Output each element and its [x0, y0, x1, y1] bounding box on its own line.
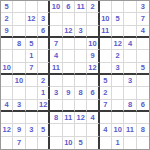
cell-r9c7[interactable]: 4 — [87, 112, 99, 124]
cell-r10c7[interactable] — [87, 124, 99, 136]
cell-r6c7[interactable] — [87, 75, 99, 87]
cell-r4c6[interactable] — [75, 50, 87, 62]
cell-r1c4[interactable] — [50, 13, 62, 25]
cell-r4c2[interactable]: 1 — [26, 50, 38, 62]
cell-r7c7[interactable]: 6 — [87, 87, 99, 99]
cell-r3c1[interactable]: 8 — [13, 38, 25, 50]
cell-r7c8[interactable]: 2 — [100, 87, 112, 99]
cell-r7c2[interactable] — [26, 87, 38, 99]
cell-r4c0[interactable] — [1, 50, 13, 62]
cell-r8c1[interactable]: 3 — [13, 100, 25, 112]
cell-r11c1[interactable]: 7 — [13, 137, 25, 149]
cell-r5c8[interactable] — [100, 63, 112, 75]
cell-r10c1[interactable]: 9 — [13, 124, 25, 136]
cell-r8c2[interactable] — [26, 100, 38, 112]
cell-r0c10[interactable] — [124, 1, 136, 13]
sudoku-app: 5106112321231057961231148571012414921071… — [0, 0, 150, 150]
cell-r11c7[interactable] — [87, 137, 99, 149]
cell-r11c5[interactable]: 10 — [63, 137, 75, 149]
cell-r1c3[interactable]: 3 — [38, 13, 50, 25]
cell-r8c9[interactable] — [112, 100, 124, 112]
cell-r1c2[interactable]: 12 — [26, 13, 38, 25]
cell-r1c1[interactable] — [13, 13, 25, 25]
cell-r3c6[interactable] — [75, 38, 87, 50]
cell-r4c9[interactable]: 2 — [112, 50, 124, 62]
cell-r0c11[interactable]: 3 — [137, 1, 149, 13]
cell-r11c0[interactable] — [1, 137, 13, 149]
cell-r0c1[interactable] — [13, 1, 25, 13]
cell-r10c11[interactable]: 8 — [137, 124, 149, 136]
cell-r0c5[interactable]: 6 — [63, 1, 75, 13]
cell-r7c10[interactable] — [124, 87, 136, 99]
cell-r5c0[interactable]: 10 — [1, 63, 13, 75]
cell-r7c11[interactable] — [137, 87, 149, 99]
cell-r5c3[interactable] — [38, 63, 50, 75]
cell-r0c3[interactable] — [38, 1, 50, 13]
cell-r10c4[interactable] — [50, 124, 62, 136]
cell-r10c0[interactable]: 12 — [1, 124, 13, 136]
cell-r5c5[interactable] — [63, 63, 75, 75]
cell-r9c0[interactable] — [1, 112, 13, 124]
cell-r1c8[interactable]: 10 — [100, 13, 112, 25]
cell-r5c6[interactable] — [75, 63, 87, 75]
cell-r3c3[interactable] — [38, 38, 50, 50]
cell-r9c8[interactable] — [100, 112, 112, 124]
cell-r1c9[interactable]: 5 — [112, 13, 124, 25]
cell-r8c0[interactable]: 4 — [1, 100, 13, 112]
cell-r11c10[interactable] — [124, 137, 136, 149]
cell-r9c9[interactable] — [112, 112, 124, 124]
cell-r10c8[interactable]: 4 — [100, 124, 112, 136]
cell-r5c7[interactable]: 12 — [87, 63, 99, 75]
cell-r5c1[interactable] — [13, 63, 25, 75]
cell-r5c2[interactable]: 7 — [26, 63, 38, 75]
cell-r8c7[interactable] — [87, 100, 99, 112]
cell-r0c9[interactable] — [112, 1, 124, 13]
sudoku-board: 5106112321231057961231148571012414921071… — [0, 0, 150, 150]
cell-r11c3[interactable] — [38, 137, 50, 149]
cell-r10c2[interactable]: 3 — [26, 124, 38, 136]
cell-r3c4[interactable]: 7 — [50, 38, 62, 50]
cell-r2c2[interactable] — [26, 26, 38, 38]
cell-r3c5[interactable] — [63, 38, 75, 50]
cell-r3c7[interactable]: 10 — [87, 38, 99, 50]
cell-r1c6[interactable] — [75, 13, 87, 25]
cell-r7c6[interactable]: 8 — [75, 87, 87, 99]
cell-r7c9[interactable] — [112, 87, 124, 99]
cell-r10c5[interactable] — [63, 124, 75, 136]
cell-r6c2[interactable] — [26, 75, 38, 87]
cell-r9c10[interactable] — [124, 112, 136, 124]
cell-r0c8[interactable] — [100, 1, 112, 13]
cell-r11c9[interactable]: 1 — [112, 137, 124, 149]
cell-r6c5[interactable] — [63, 75, 75, 87]
cell-r8c5[interactable] — [63, 100, 75, 112]
cell-r9c4[interactable]: 8 — [50, 112, 62, 124]
cell-r3c11[interactable] — [137, 38, 149, 50]
cell-r7c5[interactable]: 9 — [63, 87, 75, 99]
cell-r6c6[interactable] — [75, 75, 87, 87]
cell-r10c9[interactable]: 10 — [112, 124, 124, 136]
cell-r3c0[interactable] — [1, 38, 13, 50]
cell-r1c7[interactable] — [87, 13, 99, 25]
cell-r9c5[interactable]: 11 — [63, 112, 75, 124]
cell-r0c0[interactable]: 5 — [1, 1, 13, 13]
cell-r5c10[interactable] — [124, 63, 136, 75]
cell-r9c6[interactable]: 12 — [75, 112, 87, 124]
cell-r2c1[interactable] — [13, 26, 25, 38]
cell-r8c8[interactable]: 7 — [100, 100, 112, 112]
cell-r7c1[interactable] — [13, 87, 25, 99]
cell-r2c0[interactable]: 9 — [1, 26, 13, 38]
cell-r6c10[interactable]: 3 — [124, 75, 136, 87]
cell-r8c4[interactable] — [50, 100, 62, 112]
cell-r9c3[interactable] — [38, 112, 50, 124]
cell-r9c2[interactable] — [26, 112, 38, 124]
cell-r10c3[interactable]: 5 — [38, 124, 50, 136]
cell-r11c6[interactable]: 5 — [75, 137, 87, 149]
cell-r0c7[interactable]: 2 — [87, 1, 99, 13]
cell-r3c8[interactable] — [100, 38, 112, 50]
cell-r2c8[interactable]: 11 — [100, 26, 112, 38]
cell-r4c1[interactable] — [13, 50, 25, 62]
cell-r6c1[interactable]: 10 — [13, 75, 25, 87]
cell-r8c11[interactable]: 6 — [137, 100, 149, 112]
cell-r7c4[interactable]: 3 — [50, 87, 62, 99]
cell-r10c6[interactable] — [75, 124, 87, 136]
cell-r6c8[interactable]: 5 — [100, 75, 112, 87]
cell-r0c4[interactable]: 10 — [50, 1, 62, 13]
cell-r4c7[interactable]: 9 — [87, 50, 99, 62]
cell-r5c9[interactable]: 3 — [112, 63, 124, 75]
cell-r5c4[interactable]: 11 — [50, 63, 62, 75]
cell-r2c10[interactable] — [124, 26, 136, 38]
cell-r1c5[interactable] — [63, 13, 75, 25]
cell-r2c11[interactable]: 4 — [137, 26, 149, 38]
cell-r0c6[interactable]: 11 — [75, 1, 87, 13]
cell-r1c10[interactable] — [124, 13, 136, 25]
cell-r1c11[interactable]: 7 — [137, 13, 149, 25]
cell-r2c5[interactable]: 12 — [63, 26, 75, 38]
cell-r3c2[interactable]: 5 — [26, 38, 38, 50]
cell-r2c6[interactable]: 3 — [75, 26, 87, 38]
cell-r3c9[interactable]: 12 — [112, 38, 124, 50]
cell-r11c11[interactable] — [137, 137, 149, 149]
cell-r8c3[interactable]: 12 — [38, 100, 50, 112]
cell-r0c2[interactable] — [26, 1, 38, 13]
cell-r6c9[interactable] — [112, 75, 124, 87]
cell-r3c10[interactable]: 4 — [124, 38, 136, 50]
cell-r11c4[interactable] — [50, 137, 62, 149]
cell-r4c10[interactable] — [124, 50, 136, 62]
cell-r6c3[interactable]: 2 — [38, 75, 50, 87]
cell-r6c0[interactable] — [1, 75, 13, 87]
cell-r2c7[interactable] — [87, 26, 99, 38]
cell-r1c0[interactable]: 2 — [1, 13, 13, 25]
cell-r8c10[interactable]: 8 — [124, 100, 136, 112]
cell-r5c11[interactable]: 5 — [137, 63, 149, 75]
cell-r2c9[interactable] — [112, 26, 124, 38]
cell-r10c10[interactable]: 11 — [124, 124, 136, 136]
cell-r9c11[interactable] — [137, 112, 149, 124]
cell-r7c3[interactable]: 1 — [38, 87, 50, 99]
cell-r7c0[interactable] — [1, 87, 13, 99]
cell-r2c4[interactable] — [50, 26, 62, 38]
cell-r6c11[interactable] — [137, 75, 149, 87]
cell-r11c8[interactable] — [100, 137, 112, 149]
cell-r6c4[interactable] — [50, 75, 62, 87]
cell-r4c8[interactable] — [100, 50, 112, 62]
cell-r4c5[interactable] — [63, 50, 75, 62]
cell-r11c2[interactable] — [26, 137, 38, 149]
cell-r4c4[interactable]: 4 — [50, 50, 62, 62]
cell-r2c3[interactable]: 6 — [38, 26, 50, 38]
cell-r9c1[interactable] — [13, 112, 25, 124]
cell-r4c3[interactable] — [38, 50, 50, 62]
cell-r8c6[interactable] — [75, 100, 87, 112]
cell-r4c11[interactable] — [137, 50, 149, 62]
